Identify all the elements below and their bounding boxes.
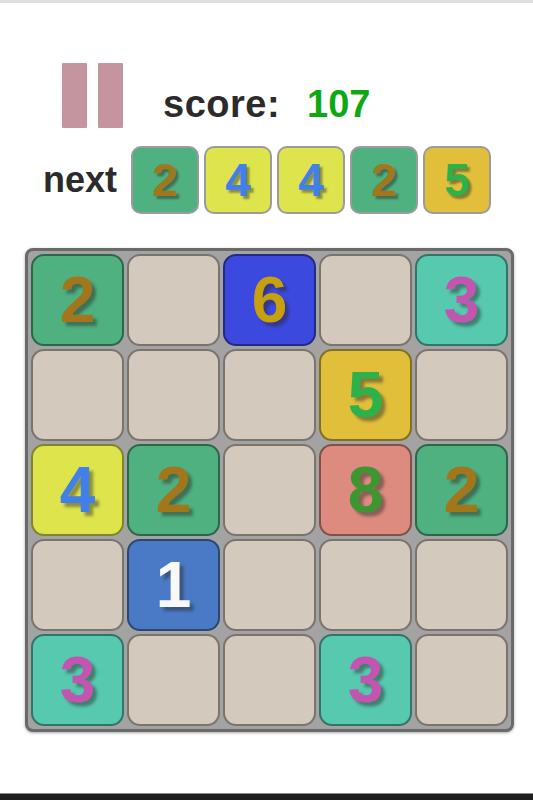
board-cell[interactable]: 3 xyxy=(319,634,412,726)
board-cell[interactable] xyxy=(127,349,220,441)
next-row: next 24425 xyxy=(43,146,491,214)
board-cell[interactable] xyxy=(415,634,508,726)
board-cell[interactable]: 2 xyxy=(31,254,124,346)
board-cell[interactable] xyxy=(223,539,316,631)
tile-number: 2 xyxy=(152,157,178,203)
tile-number: 5 xyxy=(348,363,384,427)
board-cell[interactable]: 3 xyxy=(31,634,124,726)
next-tile: 4 xyxy=(204,146,272,214)
board-cell[interactable]: 1 xyxy=(127,539,220,631)
board-cell[interactable] xyxy=(319,254,412,346)
board-cell[interactable] xyxy=(223,634,316,726)
board-cell[interactable]: 4 xyxy=(31,444,124,536)
pause-bar xyxy=(98,63,123,128)
tile-number: 2 xyxy=(371,157,397,203)
pause-icon xyxy=(62,63,123,128)
tile-number: 1 xyxy=(156,553,192,617)
next-queue: 24425 xyxy=(131,146,491,214)
tile-number: 2 xyxy=(444,458,480,522)
bottom-edge-bar xyxy=(0,793,533,800)
board: 26354282133 xyxy=(25,248,514,732)
board-cell[interactable] xyxy=(127,634,220,726)
board-cell[interactable] xyxy=(319,539,412,631)
next-tile: 4 xyxy=(277,146,345,214)
board-cell[interactable] xyxy=(415,349,508,441)
board-cell[interactable]: 3 xyxy=(415,254,508,346)
board-cell[interactable]: 5 xyxy=(319,349,412,441)
board-cell[interactable] xyxy=(127,254,220,346)
next-tile: 2 xyxy=(350,146,418,214)
board-cell[interactable] xyxy=(223,444,316,536)
board-cell[interactable]: 2 xyxy=(127,444,220,536)
tile-number: 2 xyxy=(156,458,192,522)
board-cell[interactable] xyxy=(31,539,124,631)
board-cell[interactable]: 2 xyxy=(415,444,508,536)
tile-number: 3 xyxy=(348,648,384,712)
pause-bar xyxy=(62,63,87,128)
next-tile: 5 xyxy=(423,146,491,214)
board-cell[interactable] xyxy=(415,539,508,631)
board-cell[interactable]: 8 xyxy=(319,444,412,536)
tile-number: 2 xyxy=(60,268,96,332)
tile-number: 3 xyxy=(444,268,480,332)
board-cell[interactable] xyxy=(31,349,124,441)
tile-number: 4 xyxy=(60,458,96,522)
score-row: score: 107 xyxy=(163,83,370,126)
top-edge-strip xyxy=(0,0,533,3)
tile-number: 4 xyxy=(298,157,324,203)
board-cell[interactable] xyxy=(223,349,316,441)
pause-button[interactable] xyxy=(62,63,124,128)
tile-number: 3 xyxy=(60,648,96,712)
tile-number: 4 xyxy=(225,157,251,203)
next-tile: 2 xyxy=(131,146,199,214)
tile-number: 5 xyxy=(444,157,470,203)
score-label: score: xyxy=(163,83,280,126)
tile-number: 6 xyxy=(252,268,288,332)
tile-number: 8 xyxy=(348,458,384,522)
score-value: 107 xyxy=(307,83,370,126)
next-label: next xyxy=(43,159,117,201)
board-cell[interactable]: 6 xyxy=(223,254,316,346)
